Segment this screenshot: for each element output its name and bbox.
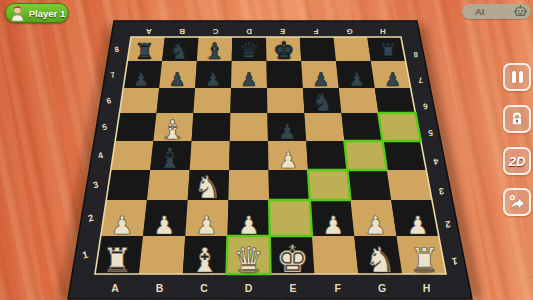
file-label-bottom-h: H [423, 282, 431, 294]
file-label-top-h: H [380, 27, 386, 36]
piece-black-pawn-h7[interactable]: ♟ [384, 69, 401, 90]
share-button[interactable] [503, 188, 531, 216]
square-a3[interactable] [106, 170, 150, 200]
view-2d-button[interactable]: 2D [503, 147, 531, 175]
file-label-bottom-b: B [156, 282, 164, 294]
piece-white-knight-c3[interactable]: ♞ [194, 169, 222, 205]
robot-icon [514, 5, 527, 18]
lock-button[interactable] [503, 105, 531, 133]
file-label-top-b: B [179, 27, 185, 36]
square-d6[interactable] [230, 88, 267, 113]
square-g6[interactable] [339, 88, 379, 113]
square-c4[interactable] [190, 141, 230, 170]
square-c6[interactable] [193, 88, 231, 113]
square-c5[interactable] [192, 113, 231, 141]
square-a6[interactable] [120, 88, 160, 113]
piece-black-pawn-c7[interactable]: ♟ [205, 69, 222, 90]
piece-black-knight-f6[interactable]: ♞ [311, 87, 334, 117]
square-f5[interactable] [304, 113, 344, 141]
file-label-top-d: D [246, 27, 252, 36]
piece-black-pawn-a7[interactable]: ♟ [133, 69, 150, 90]
piece-black-pawn-d7[interactable]: ♟ [241, 69, 258, 90]
square-e3[interactable] [269, 170, 310, 200]
person-avatar-icon [9, 4, 26, 22]
square-h6[interactable] [375, 88, 416, 113]
square-h3[interactable] [387, 170, 432, 200]
square-a4[interactable] [111, 141, 154, 170]
square-g5[interactable] [341, 113, 382, 141]
square-b1[interactable] [139, 236, 185, 274]
file-label-bottom-c: C [200, 282, 208, 294]
file-label-top-e: E [279, 27, 285, 36]
piece-black-bishop-c8[interactable]: ♝ [204, 38, 224, 64]
square-f4[interactable] [306, 141, 347, 170]
piece-white-bishop-b5[interactable]: ♝ [160, 114, 184, 145]
file-label-bottom-f: F [334, 282, 341, 294]
piece-black-rook-a8[interactable]: ♜ [135, 39, 155, 64]
piece-black-pawn-e5[interactable]: ♟ [278, 120, 297, 144]
highlight-h5[interactable] [378, 113, 420, 141]
piece-black-pawn-b7[interactable]: ♟ [169, 69, 186, 90]
piece-white-pawn-g2[interactable]: ♟ [364, 211, 386, 240]
piece-white-pawn-a2[interactable]: ♟ [111, 211, 133, 240]
file-label-bottom-g: G [378, 282, 386, 294]
player-name: Player 1 [26, 8, 68, 19]
piece-black-king-e8[interactable]: ♚ [273, 36, 295, 65]
chess-board: AABBCCDDEEFFGGHH1122334455667788♜♞♝♛♚♜♟♟… [0, 0, 533, 300]
square-g3[interactable] [347, 170, 391, 200]
file-label-bottom-e: E [289, 282, 296, 294]
square-d4[interactable] [229, 141, 268, 170]
highlight-g4[interactable] [344, 141, 386, 170]
piece-white-pawn-h2[interactable]: ♟ [406, 211, 428, 240]
square-d5[interactable] [230, 113, 268, 141]
piece-white-pawn-b2[interactable]: ♟ [153, 211, 175, 240]
square-d3[interactable] [228, 170, 269, 200]
file-label-bottom-a: A [111, 282, 119, 294]
square-e7[interactable] [267, 61, 303, 88]
share-arrow-icon [508, 193, 526, 211]
square-f1[interactable] [312, 236, 358, 274]
game-screen: AABBCCDDEEFFGGHH1122334455667788♜♞♝♛♚♜♟♟… [0, 0, 533, 300]
piece-white-knight-g1[interactable]: ♞ [364, 239, 395, 280]
file-label-bottom-d: D [245, 282, 253, 294]
piece-black-knight-b8[interactable]: ♞ [169, 37, 190, 64]
piece-white-king-e1[interactable]: ♚ [276, 238, 309, 281]
square-h4[interactable] [383, 141, 427, 170]
piece-black-rook-h8[interactable]: ♜ [378, 39, 398, 64]
file-label-top-g: G [346, 27, 352, 36]
square-g8[interactable] [334, 37, 371, 61]
view-2d-label: 2D [509, 154, 526, 169]
ai-name: AI [475, 6, 485, 17]
piece-white-rook-a1[interactable]: ♜ [102, 241, 132, 280]
square-e6[interactable] [267, 88, 304, 113]
player-badge: Player 1 [5, 3, 69, 23]
highlight-e2[interactable] [269, 200, 312, 236]
highlight-f3[interactable] [308, 170, 351, 200]
ai-badge: AI [462, 4, 531, 19]
file-label-top-f: F [313, 27, 318, 36]
piece-white-pawn-d2[interactable]: ♟ [237, 211, 259, 240]
lock-icon [509, 111, 525, 127]
piece-white-bishop-c1[interactable]: ♝ [189, 240, 219, 280]
pause-button[interactable] [503, 63, 531, 91]
piece-black-queen-d8[interactable]: ♛ [239, 37, 260, 64]
piece-black-bishop-b4[interactable]: ♝ [157, 142, 182, 175]
piece-white-pawn-e4[interactable]: ♟ [278, 147, 298, 173]
file-label-top-c: C [213, 27, 219, 36]
piece-black-pawn-g7[interactable]: ♟ [348, 69, 365, 90]
square-b6[interactable] [157, 88, 196, 113]
piece-white-pawn-c2[interactable]: ♟ [195, 211, 217, 240]
file-label-top-a: A [146, 27, 152, 36]
square-a5[interactable] [115, 113, 156, 141]
piece-white-pawn-f2[interactable]: ♟ [322, 211, 344, 240]
square-f8[interactable] [300, 37, 336, 61]
piece-white-rook-h1[interactable]: ♜ [409, 241, 439, 280]
pause-icon [512, 71, 523, 83]
piece-white-queen-d1[interactable]: ♛ [233, 239, 264, 280]
